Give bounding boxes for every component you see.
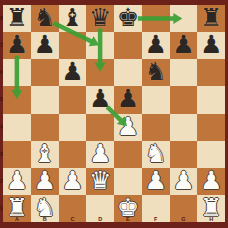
square-f2[interactable]: ♟	[142, 168, 170, 195]
square-f5[interactable]	[142, 86, 170, 113]
piece-black-knight-f6[interactable]: ♞	[144, 59, 166, 84]
piece-black-pawn-g7[interactable]: ♟	[172, 32, 194, 57]
piece-black-rook-a8[interactable]: ♜	[6, 5, 28, 30]
rank-label-1: 1	[0, 206, 3, 211]
square-h5[interactable]	[197, 86, 225, 113]
square-e3[interactable]	[114, 141, 142, 168]
file-label-D: D	[95, 216, 105, 222]
square-f4[interactable]	[142, 114, 170, 141]
square-d7[interactable]	[86, 32, 114, 59]
square-h3[interactable]	[197, 141, 225, 168]
square-d8[interactable]: ♛	[86, 5, 114, 32]
square-h7[interactable]: ♟	[197, 32, 225, 59]
square-b5[interactable]	[31, 86, 59, 113]
square-a6[interactable]	[3, 59, 31, 86]
square-a3[interactable]	[3, 141, 31, 168]
square-c7[interactable]	[59, 32, 87, 59]
square-f8[interactable]	[142, 5, 170, 32]
rank-label-4: 4	[0, 125, 3, 130]
rank-label-2: 2	[0, 179, 3, 184]
board-frame: ♜♞♝♛♚♜♟♟♟♟♟♟♞♟♟♟♝♟♞♟♟♟♛♟♟♟♜♞♚♜ 87654321A…	[0, 0, 228, 228]
file-label-F: F	[151, 216, 161, 222]
square-b3[interactable]: ♝	[31, 141, 59, 168]
piece-white-pawn-b2[interactable]: ♟	[33, 168, 55, 193]
square-g4[interactable]	[170, 114, 198, 141]
square-a5[interactable]	[3, 86, 31, 113]
piece-white-pawn-d3[interactable]: ♟	[89, 141, 111, 166]
square-c5[interactable]	[59, 86, 87, 113]
square-b2[interactable]: ♟	[31, 168, 59, 195]
piece-black-pawn-c6[interactable]: ♟	[61, 59, 83, 84]
square-g8[interactable]	[170, 5, 198, 32]
square-e5[interactable]: ♟	[114, 86, 142, 113]
piece-black-pawn-d5[interactable]: ♟	[89, 86, 111, 111]
square-g6[interactable]	[170, 59, 198, 86]
piece-black-pawn-h7[interactable]: ♟	[200, 32, 222, 57]
file-label-B: B	[40, 216, 50, 222]
piece-black-knight-b8[interactable]: ♞	[33, 5, 55, 30]
square-f3[interactable]: ♞	[142, 141, 170, 168]
piece-black-king-e8[interactable]: ♚	[117, 5, 139, 30]
square-c2[interactable]: ♟	[59, 168, 87, 195]
square-b6[interactable]	[31, 59, 59, 86]
piece-black-queen-d8[interactable]: ♛	[89, 5, 111, 30]
piece-black-pawn-a7[interactable]: ♟	[6, 32, 28, 57]
square-e2[interactable]	[114, 168, 142, 195]
file-label-H: H	[206, 216, 216, 222]
piece-white-pawn-a2[interactable]: ♟	[6, 168, 28, 193]
square-c8[interactable]: ♝	[59, 5, 87, 32]
file-label-E: E	[123, 216, 133, 222]
square-d3[interactable]: ♟	[86, 141, 114, 168]
square-d4[interactable]	[86, 114, 114, 141]
square-g2[interactable]: ♟	[170, 168, 198, 195]
rank-label-8: 8	[0, 16, 3, 21]
piece-black-pawn-b7[interactable]: ♟	[33, 32, 55, 57]
square-e4[interactable]: ♟	[114, 114, 142, 141]
rank-label-3: 3	[0, 152, 3, 157]
file-label-A: A	[12, 216, 22, 222]
square-h4[interactable]	[197, 114, 225, 141]
file-label-G: G	[178, 216, 188, 222]
square-a8[interactable]: ♜	[3, 5, 31, 32]
square-h8[interactable]: ♜	[197, 5, 225, 32]
square-g5[interactable]	[170, 86, 198, 113]
square-h2[interactable]: ♟	[197, 168, 225, 195]
square-a7[interactable]: ♟	[3, 32, 31, 59]
piece-white-pawn-c2[interactable]: ♟	[61, 168, 83, 193]
square-g7[interactable]: ♟	[170, 32, 198, 59]
square-c3[interactable]	[59, 141, 87, 168]
piece-white-pawn-e4[interactable]: ♟	[117, 114, 139, 139]
rank-label-7: 7	[0, 43, 3, 48]
rank-label-5: 5	[0, 97, 3, 102]
file-label-C: C	[67, 216, 77, 222]
piece-white-pawn-h2[interactable]: ♟	[200, 168, 222, 193]
piece-white-bishop-b3[interactable]: ♝	[33, 141, 55, 166]
piece-white-pawn-g2[interactable]: ♟	[172, 168, 194, 193]
square-d6[interactable]	[86, 59, 114, 86]
rank-label-6: 6	[0, 70, 3, 75]
square-e8[interactable]: ♚	[114, 5, 142, 32]
square-e6[interactable]	[114, 59, 142, 86]
square-h6[interactable]	[197, 59, 225, 86]
chess-board[interactable]: ♜♞♝♛♚♜♟♟♟♟♟♟♞♟♟♟♝♟♞♟♟♟♛♟♟♟♜♞♚♜	[3, 5, 225, 222]
piece-black-pawn-f7[interactable]: ♟	[144, 32, 166, 57]
piece-white-knight-f3[interactable]: ♞	[144, 141, 166, 166]
square-b4[interactable]	[31, 114, 59, 141]
piece-black-rook-h8[interactable]: ♜	[200, 5, 222, 30]
square-g3[interactable]	[170, 141, 198, 168]
square-b7[interactable]: ♟	[31, 32, 59, 59]
piece-black-bishop-c8[interactable]: ♝	[61, 5, 83, 30]
square-e7[interactable]	[114, 32, 142, 59]
piece-white-queen-d2[interactable]: ♛	[89, 168, 111, 193]
square-f7[interactable]: ♟	[142, 32, 170, 59]
piece-black-pawn-e5[interactable]: ♟	[117, 86, 139, 111]
square-c6[interactable]: ♟	[59, 59, 87, 86]
chess-app-screenshot: ♜♞♝♛♚♜♟♟♟♟♟♟♞♟♟♟♝♟♞♟♟♟♛♟♟♟♜♞♚♜ 87654321A…	[0, 0, 228, 228]
square-c4[interactable]	[59, 114, 87, 141]
square-d5[interactable]: ♟	[86, 86, 114, 113]
square-d2[interactable]: ♛	[86, 168, 114, 195]
square-a2[interactable]: ♟	[3, 168, 31, 195]
square-a4[interactable]	[3, 114, 31, 141]
square-b8[interactable]: ♞	[31, 5, 59, 32]
piece-white-pawn-f2[interactable]: ♟	[144, 168, 166, 193]
square-f6[interactable]: ♞	[142, 59, 170, 86]
